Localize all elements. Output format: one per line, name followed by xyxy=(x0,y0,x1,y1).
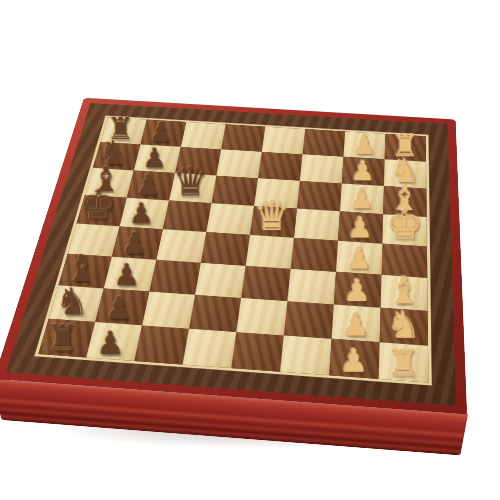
square-h6[interactable] xyxy=(181,122,226,149)
square-c3[interactable] xyxy=(287,269,336,305)
white-king-e1[interactable]: ♚ xyxy=(386,204,423,245)
black-pawn-a7[interactable]: ♟ xyxy=(96,328,125,360)
square-h5[interactable] xyxy=(221,124,265,152)
square-a4[interactable] xyxy=(231,332,284,372)
square-f3[interactable] xyxy=(297,181,342,212)
square-e2[interactable]: ♟ xyxy=(338,211,383,243)
black-pawn-d7[interactable]: ♟ xyxy=(121,229,147,259)
square-e3[interactable] xyxy=(294,209,340,241)
square-b4[interactable] xyxy=(236,298,287,335)
square-a5[interactable] xyxy=(183,329,237,368)
square-e4[interactable]: ♛ xyxy=(250,206,297,238)
chess-board: ♜♟♟♜♞♟♟♞♝♟♛♟♝♚♟♛♟♚♟♟♝♟♟♝♞♟♟♞♜♟♟♜ xyxy=(38,117,428,382)
black-pawn-e7[interactable]: ♟ xyxy=(128,199,154,228)
white-pawn-b2[interactable]: ♟ xyxy=(341,309,369,341)
square-a2[interactable]: ♟ xyxy=(329,339,379,379)
square-a6[interactable] xyxy=(134,325,189,364)
square-f5[interactable] xyxy=(212,176,259,206)
square-e5[interactable] xyxy=(206,203,254,235)
square-c4[interactable] xyxy=(241,266,291,302)
square-c7[interactable]: ♟ xyxy=(104,257,156,292)
square-a3[interactable] xyxy=(280,335,332,375)
square-g4[interactable] xyxy=(258,152,303,181)
square-a1[interactable]: ♜ xyxy=(379,342,429,382)
square-d3[interactable] xyxy=(291,238,338,272)
white-pawn-e2[interactable]: ♟ xyxy=(347,213,373,242)
white-pawn-f2[interactable]: ♟ xyxy=(349,185,374,213)
square-a7[interactable]: ♟ xyxy=(86,322,142,361)
square-g5[interactable] xyxy=(216,149,261,178)
black-king-e8[interactable]: ♚ xyxy=(80,185,116,226)
board-tilt-container: ♜♟♟♜♞♟♟♞♝♟♛♟♝♚♟♛♟♚♟♟♝♟♟♝♞♟♟♞♜♟♟♜ xyxy=(0,98,467,415)
square-g3[interactable] xyxy=(300,154,344,183)
square-d5[interactable] xyxy=(201,232,250,266)
maple-inlay-line: ♜♟♟♜♞♟♟♞♝♟♛♟♝♚♟♛♟♚♟♟♝♟♟♝♞♟♟♞♜♟♟♜ xyxy=(34,115,431,385)
square-d2[interactable]: ♟ xyxy=(336,241,382,275)
white-pawn-d2[interactable]: ♟ xyxy=(345,244,372,274)
square-d7[interactable]: ♟ xyxy=(112,226,163,259)
square-h3[interactable] xyxy=(303,129,346,157)
square-h4[interactable] xyxy=(262,127,305,155)
square-e1[interactable]: ♚ xyxy=(382,214,427,246)
black-knight-b8[interactable]: ♞ xyxy=(55,283,89,321)
square-b5[interactable] xyxy=(189,295,241,332)
square-e6[interactable] xyxy=(163,200,212,232)
white-rook-a1[interactable]: ♜ xyxy=(387,344,420,381)
white-knight-b1[interactable]: ♞ xyxy=(387,306,421,344)
square-c5[interactable] xyxy=(195,263,246,298)
black-rook-a8[interactable]: ♜ xyxy=(46,320,79,356)
square-c6[interactable] xyxy=(149,260,201,295)
square-d6[interactable] xyxy=(156,229,206,262)
square-b7[interactable]: ♟ xyxy=(95,288,149,325)
chess-set-photo: ♜♟♟♜♞♟♟♞♝♟♛♟♝♚♟♛♟♚♟♟♝♟♟♝♞♟♟♞♜♟♟♜ xyxy=(0,0,500,500)
white-queen-e4[interactable]: ♛ xyxy=(254,196,291,237)
walnut-border: ♜♟♟♜♞♟♟♞♝♟♛♟♝♚♟♛♟♚♟♟♝♟♟♝♞♟♟♞♜♟♟♜ xyxy=(6,103,456,406)
black-pawn-c7[interactable]: ♟ xyxy=(113,260,140,290)
white-pawn-c2[interactable]: ♟ xyxy=(343,276,371,307)
square-b3[interactable] xyxy=(284,301,334,339)
square-c2[interactable]: ♟ xyxy=(334,272,382,308)
black-pawn-b7[interactable]: ♟ xyxy=(105,293,133,324)
square-e7[interactable]: ♟ xyxy=(120,198,170,230)
board-frame: ♜♟♟♜♞♟♟♞♝♟♛♟♝♚♟♛♟♚♟♟♝♟♟♝♞♟♟♞♜♟♟♜ xyxy=(0,98,467,415)
square-e8[interactable]: ♚ xyxy=(77,195,127,226)
square-b2[interactable]: ♟ xyxy=(332,304,381,342)
black-pawn-f7[interactable]: ♟ xyxy=(136,171,161,199)
square-f6[interactable]: ♛ xyxy=(169,173,216,203)
black-queen-f6[interactable]: ♛ xyxy=(173,163,209,203)
white-pawn-a2[interactable]: ♟ xyxy=(339,345,368,378)
square-d4[interactable] xyxy=(246,235,294,269)
square-b6[interactable] xyxy=(142,292,195,329)
